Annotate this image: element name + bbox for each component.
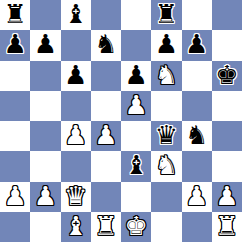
square-h4[interactable] xyxy=(212,121,242,151)
square-e6[interactable]: ♟ xyxy=(121,61,151,91)
piece-black-queen[interactable]: ♛ xyxy=(155,122,178,148)
piece-black-king[interactable]: ♚ xyxy=(215,62,238,88)
piece-white-king[interactable]: ♚ xyxy=(124,213,147,239)
square-c2[interactable]: ♛ xyxy=(61,182,91,212)
square-h1[interactable]: ♜ xyxy=(212,212,242,242)
piece-white-rook[interactable]: ♜ xyxy=(94,213,117,239)
square-d6[interactable] xyxy=(91,61,121,91)
square-a4[interactable] xyxy=(0,121,30,151)
square-d8[interactable] xyxy=(91,0,121,30)
piece-white-queen[interactable]: ♛ xyxy=(64,183,87,209)
square-c7[interactable] xyxy=(61,30,91,60)
piece-white-knight[interactable]: ♞ xyxy=(155,152,178,178)
square-e8[interactable] xyxy=(121,0,151,30)
square-h3[interactable] xyxy=(212,151,242,181)
square-f6[interactable]: ♞ xyxy=(151,61,181,91)
square-e3[interactable]: ♝ xyxy=(121,151,151,181)
square-d2[interactable] xyxy=(91,182,121,212)
square-f4[interactable]: ♛ xyxy=(151,121,181,151)
square-c3[interactable] xyxy=(61,151,91,181)
square-a2[interactable]: ♟ xyxy=(0,182,30,212)
piece-white-pawn[interactable]: ♟ xyxy=(64,122,87,148)
piece-white-knight[interactable]: ♞ xyxy=(155,62,178,88)
piece-white-pawn[interactable]: ♟ xyxy=(3,183,26,209)
piece-black-rook[interactable]: ♜ xyxy=(155,1,178,27)
square-b2[interactable]: ♟ xyxy=(30,182,60,212)
square-g4[interactable]: ♞ xyxy=(182,121,212,151)
square-d5[interactable] xyxy=(91,91,121,121)
square-c6[interactable]: ♟ xyxy=(61,61,91,91)
piece-black-bishop[interactable]: ♝ xyxy=(124,152,147,178)
square-b1[interactable] xyxy=(30,212,60,242)
square-b5[interactable] xyxy=(30,91,60,121)
piece-black-rook[interactable]: ♜ xyxy=(3,1,26,27)
square-h5[interactable] xyxy=(212,91,242,121)
square-f3[interactable]: ♞ xyxy=(151,151,181,181)
square-g5[interactable] xyxy=(182,91,212,121)
square-a8[interactable]: ♜ xyxy=(0,0,30,30)
square-h8[interactable] xyxy=(212,0,242,30)
square-c5[interactable] xyxy=(61,91,91,121)
square-c8[interactable]: ♝ xyxy=(61,0,91,30)
square-e4[interactable] xyxy=(121,121,151,151)
piece-white-pawn[interactable]: ♟ xyxy=(215,183,238,209)
square-f5[interactable] xyxy=(151,91,181,121)
piece-black-pawn[interactable]: ♟ xyxy=(124,62,147,88)
square-g2[interactable]: ♟ xyxy=(182,182,212,212)
piece-black-bishop[interactable]: ♝ xyxy=(64,1,87,27)
square-f8[interactable]: ♜ xyxy=(151,0,181,30)
piece-black-pawn[interactable]: ♟ xyxy=(64,62,87,88)
square-h6[interactable]: ♚ xyxy=(212,61,242,91)
square-d4[interactable]: ♟ xyxy=(91,121,121,151)
square-e5[interactable]: ♟ xyxy=(121,91,151,121)
square-e7[interactable] xyxy=(121,30,151,60)
piece-black-pawn[interactable]: ♟ xyxy=(185,31,208,57)
piece-white-pawn[interactable]: ♟ xyxy=(94,122,117,148)
chess-board: ♜♝♜♟♟♞♟♟♟♟♞♚♟♟♟♛♞♝♞♟♟♛♟♟♝♜♚♜ xyxy=(0,0,242,242)
square-b8[interactable] xyxy=(30,0,60,30)
piece-black-knight[interactable]: ♞ xyxy=(94,31,117,57)
square-f2[interactable] xyxy=(151,182,181,212)
square-g6[interactable] xyxy=(182,61,212,91)
square-g3[interactable] xyxy=(182,151,212,181)
square-b3[interactable] xyxy=(30,151,60,181)
square-e2[interactable] xyxy=(121,182,151,212)
square-b4[interactable] xyxy=(30,121,60,151)
piece-black-knight[interactable]: ♞ xyxy=(185,122,208,148)
square-h7[interactable] xyxy=(212,30,242,60)
square-b7[interactable]: ♟ xyxy=(30,30,60,60)
piece-white-rook[interactable]: ♜ xyxy=(215,213,238,239)
piece-white-pawn[interactable]: ♟ xyxy=(34,183,57,209)
square-a1[interactable] xyxy=(0,212,30,242)
square-c1[interactable]: ♝ xyxy=(61,212,91,242)
square-f7[interactable]: ♟ xyxy=(151,30,181,60)
piece-black-pawn[interactable]: ♟ xyxy=(155,31,178,57)
square-a6[interactable] xyxy=(0,61,30,91)
square-f1[interactable] xyxy=(151,212,181,242)
square-g8[interactable] xyxy=(182,0,212,30)
square-b6[interactable] xyxy=(30,61,60,91)
square-g7[interactable]: ♟ xyxy=(182,30,212,60)
piece-black-pawn[interactable]: ♟ xyxy=(3,31,26,57)
square-d1[interactable]: ♜ xyxy=(91,212,121,242)
piece-black-pawn[interactable]: ♟ xyxy=(34,31,57,57)
square-g1[interactable] xyxy=(182,212,212,242)
piece-white-bishop[interactable]: ♝ xyxy=(64,213,87,239)
square-a3[interactable] xyxy=(0,151,30,181)
piece-white-pawn[interactable]: ♟ xyxy=(124,92,147,118)
square-a7[interactable]: ♟ xyxy=(0,30,30,60)
square-d7[interactable]: ♞ xyxy=(91,30,121,60)
square-d3[interactable] xyxy=(91,151,121,181)
square-c4[interactable]: ♟ xyxy=(61,121,91,151)
square-a5[interactable] xyxy=(0,91,30,121)
square-e1[interactable]: ♚ xyxy=(121,212,151,242)
piece-white-pawn[interactable]: ♟ xyxy=(185,183,208,209)
square-h2[interactable]: ♟ xyxy=(212,182,242,212)
